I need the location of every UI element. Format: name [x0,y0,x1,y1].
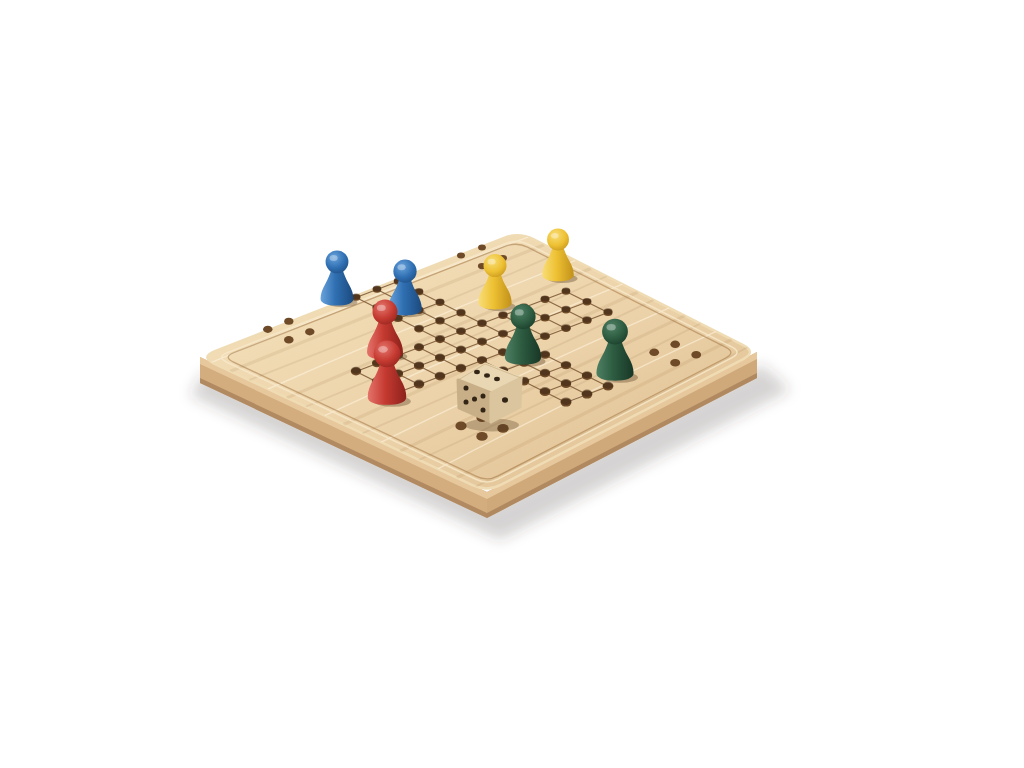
pawn-highlight [330,255,338,261]
pawn-highlight [378,346,388,353]
pawn-highlight [377,305,386,311]
pawn-head [602,319,628,345]
pawn-head [393,260,416,283]
pawn-highlight [397,264,405,270]
pawn-head [326,250,349,273]
pawn-head [483,254,506,277]
pawn-head [547,229,569,251]
pawn-highlight [607,324,616,331]
ludo-board-photo [0,0,1024,768]
pawn-highlight [551,233,559,239]
pawn-head [374,340,401,367]
pawn-blue-1[interactable] [321,250,358,307]
pawn-highlight [515,309,524,315]
pawn-body [321,269,354,305]
pawn-head [373,300,398,325]
product-photo-stage [0,0,1024,768]
pawn-highlight [487,259,495,265]
pawn-head [510,304,535,329]
